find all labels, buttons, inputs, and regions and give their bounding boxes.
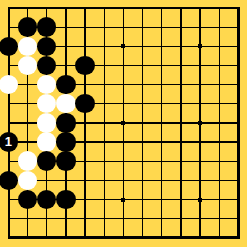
empty-intersection[interactable]	[229, 171, 247, 190]
white-stone-glyph	[37, 94, 56, 113]
empty-intersection[interactable]	[152, 0, 171, 18]
white-stone-glyph	[0, 75, 18, 94]
empty-intersection[interactable]	[56, 18, 75, 37]
black-stone-glyph: 1	[0, 132, 18, 151]
empty-intersection[interactable]	[152, 228, 171, 247]
empty-intersection[interactable]	[133, 171, 152, 190]
black-stone[interactable]	[56, 190, 75, 209]
empty-intersection[interactable]	[56, 209, 75, 228]
empty-intersection[interactable]	[0, 56, 18, 75]
empty-intersection[interactable]	[229, 75, 247, 94]
empty-intersection[interactable]	[95, 209, 114, 228]
empty-intersection[interactable]	[75, 37, 94, 56]
empty-intersection[interactable]	[18, 132, 37, 151]
white-stone-glyph	[37, 113, 56, 132]
empty-intersection[interactable]	[95, 56, 114, 75]
empty-intersection[interactable]	[152, 132, 171, 151]
empty-intersection[interactable]	[229, 18, 247, 37]
black-stone[interactable]	[75, 94, 94, 113]
white-stone-glyph	[18, 37, 37, 56]
white-stone[interactable]	[37, 75, 56, 94]
empty-intersection[interactable]	[75, 209, 94, 228]
black-stone-glyph	[56, 132, 75, 151]
empty-intersection[interactable]	[75, 113, 94, 132]
white-stone[interactable]	[18, 171, 37, 190]
white-stone[interactable]	[37, 113, 56, 132]
black-stone[interactable]	[37, 18, 56, 37]
empty-intersection[interactable]	[152, 152, 171, 171]
empty-intersection[interactable]	[209, 171, 228, 190]
black-stone-glyph	[18, 17, 37, 36]
empty-intersection[interactable]	[75, 152, 94, 171]
empty-intersection[interactable]	[18, 0, 37, 18]
empty-intersection[interactable]	[171, 132, 190, 151]
black-stone-glyph	[18, 190, 37, 209]
empty-intersection[interactable]	[133, 37, 152, 56]
white-stone-glyph	[18, 56, 37, 75]
empty-intersection[interactable]	[56, 228, 75, 247]
black-stone-glyph	[0, 37, 18, 56]
black-stone[interactable]	[75, 56, 94, 75]
empty-intersection[interactable]	[114, 113, 133, 132]
black-stone-glyph	[37, 56, 56, 75]
empty-intersection[interactable]	[75, 18, 94, 37]
empty-intersection[interactable]	[133, 113, 152, 132]
empty-intersection[interactable]	[133, 209, 152, 228]
empty-intersection[interactable]	[95, 190, 114, 209]
empty-intersection[interactable]	[171, 18, 190, 37]
intersections-grid: 1	[0, 0, 247, 247]
empty-intersection[interactable]	[209, 190, 228, 209]
empty-intersection[interactable]	[190, 209, 209, 228]
white-stone-glyph	[37, 75, 56, 94]
empty-intersection[interactable]	[152, 94, 171, 113]
black-stone-glyph	[56, 113, 75, 132]
empty-intersection[interactable]	[114, 228, 133, 247]
black-stone[interactable]	[56, 132, 75, 151]
black-stone-glyph	[56, 75, 75, 94]
empty-intersection[interactable]	[114, 190, 133, 209]
empty-intersection[interactable]	[0, 209, 18, 228]
empty-intersection[interactable]	[18, 94, 37, 113]
black-stone[interactable]	[56, 113, 75, 132]
empty-intersection[interactable]	[171, 113, 190, 132]
white-stone-glyph	[37, 132, 56, 151]
empty-intersection[interactable]	[18, 228, 37, 247]
empty-intersection[interactable]	[171, 94, 190, 113]
empty-intersection[interactable]	[0, 94, 18, 113]
empty-intersection[interactable]	[133, 75, 152, 94]
empty-intersection[interactable]	[209, 209, 228, 228]
empty-intersection[interactable]	[95, 228, 114, 247]
empty-intersection[interactable]	[229, 0, 247, 18]
go-board[interactable]: 1	[0, 0, 247, 247]
empty-intersection[interactable]	[229, 228, 247, 247]
empty-intersection[interactable]	[114, 18, 133, 37]
black-stone[interactable]	[56, 152, 75, 171]
black-stone-glyph	[0, 171, 18, 190]
empty-intersection[interactable]	[133, 228, 152, 247]
empty-intersection[interactable]	[75, 132, 94, 151]
black-stone[interactable]	[56, 75, 75, 94]
empty-intersection[interactable]	[95, 37, 114, 56]
empty-intersection[interactable]	[152, 56, 171, 75]
empty-intersection[interactable]	[190, 0, 209, 18]
empty-intersection[interactable]	[37, 209, 56, 228]
empty-intersection[interactable]	[95, 18, 114, 37]
white-stone[interactable]	[37, 132, 56, 151]
empty-intersection[interactable]	[18, 209, 37, 228]
black-stone[interactable]	[0, 171, 18, 190]
move-number-label: 1	[5, 135, 12, 148]
empty-intersection[interactable]	[229, 132, 247, 151]
empty-intersection[interactable]	[75, 75, 94, 94]
empty-intersection[interactable]	[37, 228, 56, 247]
white-stone[interactable]	[0, 75, 18, 94]
empty-intersection[interactable]	[18, 113, 37, 132]
white-stone[interactable]	[18, 152, 37, 171]
black-stone-glyph	[56, 190, 75, 209]
empty-intersection[interactable]	[190, 113, 209, 132]
empty-intersection[interactable]	[37, 0, 56, 18]
empty-intersection[interactable]	[209, 152, 228, 171]
black-stone[interactable]	[37, 190, 56, 209]
empty-intersection[interactable]	[0, 190, 18, 209]
empty-intersection[interactable]	[190, 190, 209, 209]
empty-intersection[interactable]	[0, 18, 18, 37]
empty-intersection[interactable]	[0, 152, 18, 171]
empty-intersection[interactable]	[229, 190, 247, 209]
empty-intersection[interactable]	[190, 94, 209, 113]
empty-intersection[interactable]	[114, 94, 133, 113]
empty-intersection[interactable]	[152, 18, 171, 37]
empty-intersection[interactable]	[171, 75, 190, 94]
empty-intersection[interactable]	[152, 171, 171, 190]
white-stone-glyph	[18, 151, 37, 170]
black-stone[interactable]	[18, 18, 37, 37]
black-stone-glyph	[75, 94, 94, 113]
empty-intersection[interactable]	[190, 152, 209, 171]
empty-intersection[interactable]	[190, 18, 209, 37]
empty-intersection[interactable]	[37, 171, 56, 190]
empty-intersection[interactable]	[133, 56, 152, 75]
black-stone[interactable]	[37, 152, 56, 171]
empty-intersection[interactable]	[133, 152, 152, 171]
empty-intersection[interactable]	[190, 171, 209, 190]
empty-intersection[interactable]	[95, 171, 114, 190]
empty-intersection[interactable]	[133, 94, 152, 113]
empty-intersection[interactable]	[190, 75, 209, 94]
empty-intersection[interactable]	[95, 94, 114, 113]
empty-intersection[interactable]	[171, 209, 190, 228]
empty-intersection[interactable]	[114, 56, 133, 75]
black-stone-glyph	[37, 151, 56, 170]
empty-intersection[interactable]	[133, 18, 152, 37]
empty-intersection[interactable]	[95, 132, 114, 151]
empty-intersection[interactable]	[0, 228, 18, 247]
empty-intersection[interactable]	[152, 190, 171, 209]
empty-intersection[interactable]	[229, 113, 247, 132]
empty-intersection[interactable]	[75, 171, 94, 190]
empty-intersection[interactable]	[229, 152, 247, 171]
empty-intersection[interactable]	[152, 209, 171, 228]
empty-intersection[interactable]	[114, 171, 133, 190]
empty-intersection[interactable]	[209, 37, 228, 56]
empty-intersection[interactable]	[95, 113, 114, 132]
white-stone-glyph	[18, 171, 37, 190]
black-stone-glyph	[37, 37, 56, 56]
empty-intersection[interactable]	[114, 75, 133, 94]
black-stone-glyph	[56, 151, 75, 170]
black-stone[interactable]	[37, 37, 56, 56]
empty-intersection[interactable]	[209, 113, 228, 132]
empty-intersection[interactable]	[114, 152, 133, 171]
empty-intersection[interactable]	[209, 228, 228, 247]
empty-intersection[interactable]	[190, 228, 209, 247]
black-stone-glyph	[37, 17, 56, 36]
black-stone[interactable]	[37, 56, 56, 75]
empty-intersection[interactable]	[171, 152, 190, 171]
empty-intersection[interactable]	[171, 37, 190, 56]
empty-intersection[interactable]	[209, 0, 228, 18]
empty-intersection[interactable]	[75, 190, 94, 209]
empty-intersection[interactable]	[171, 228, 190, 247]
empty-intersection[interactable]	[229, 94, 247, 113]
empty-intersection[interactable]	[56, 56, 75, 75]
empty-intersection[interactable]	[95, 75, 114, 94]
empty-intersection[interactable]	[171, 56, 190, 75]
empty-intersection[interactable]	[229, 209, 247, 228]
empty-intersection[interactable]	[190, 37, 209, 56]
empty-intersection[interactable]	[190, 56, 209, 75]
empty-intersection[interactable]	[152, 37, 171, 56]
empty-intersection[interactable]	[0, 0, 18, 18]
white-stone-glyph	[56, 94, 75, 113]
empty-intersection[interactable]	[114, 0, 133, 18]
white-stone[interactable]	[18, 56, 37, 75]
empty-intersection[interactable]	[209, 132, 228, 151]
empty-intersection[interactable]	[56, 0, 75, 18]
empty-intersection[interactable]	[171, 171, 190, 190]
empty-intersection[interactable]	[75, 228, 94, 247]
empty-intersection[interactable]	[133, 132, 152, 151]
black-stone[interactable]	[0, 37, 18, 56]
white-stone[interactable]	[37, 94, 56, 113]
empty-intersection[interactable]	[95, 152, 114, 171]
empty-intersection[interactable]	[190, 132, 209, 151]
empty-intersection[interactable]	[114, 132, 133, 151]
empty-intersection[interactable]	[18, 75, 37, 94]
empty-intersection[interactable]	[56, 37, 75, 56]
empty-intersection[interactable]	[114, 209, 133, 228]
empty-intersection[interactable]	[152, 75, 171, 94]
black-stone[interactable]	[18, 190, 37, 209]
black-stone-glyph	[37, 190, 56, 209]
white-stone[interactable]	[56, 94, 75, 113]
empty-intersection[interactable]	[209, 94, 228, 113]
empty-intersection[interactable]	[229, 56, 247, 75]
empty-intersection[interactable]	[209, 18, 228, 37]
empty-intersection[interactable]	[209, 56, 228, 75]
empty-intersection[interactable]	[152, 113, 171, 132]
empty-intersection[interactable]	[209, 75, 228, 94]
empty-intersection[interactable]	[171, 0, 190, 18]
empty-intersection[interactable]	[229, 37, 247, 56]
empty-intersection[interactable]	[0, 113, 18, 132]
empty-intersection[interactable]	[133, 190, 152, 209]
empty-intersection[interactable]	[95, 0, 114, 18]
empty-intersection[interactable]	[133, 0, 152, 18]
empty-intersection[interactable]	[114, 37, 133, 56]
empty-intersection[interactable]	[171, 190, 190, 209]
empty-intersection[interactable]	[56, 171, 75, 190]
black-stone[interactable]: 1	[0, 132, 18, 151]
white-stone[interactable]	[18, 37, 37, 56]
empty-intersection[interactable]	[75, 0, 94, 18]
black-stone-glyph	[75, 56, 94, 75]
